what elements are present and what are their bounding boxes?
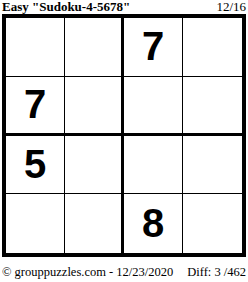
cell-r3c3[interactable] [124, 136, 183, 195]
cell-r4c1[interactable] [6, 194, 65, 253]
sudoku-board: 7758 [2, 14, 246, 257]
copyright-text: © grouppuzzles.com - 12/23/2020 [2, 265, 173, 280]
header: Easy "Sudoku-4-5678" 12/16 [2, 0, 246, 13]
cell-r4c4[interactable] [183, 194, 242, 253]
cell-r4c2[interactable] [65, 194, 124, 253]
puzzle-counter: 12/16 [216, 0, 246, 13]
cell-r2c4[interactable] [183, 77, 242, 136]
cell-r1c1[interactable] [6, 18, 65, 77]
cell-r3c2[interactable] [65, 136, 124, 195]
cell-r1c2[interactable] [65, 18, 124, 77]
cell-r1c4[interactable] [183, 18, 242, 77]
cell-r3c4[interactable] [183, 136, 242, 195]
footer: © grouppuzzles.com - 12/23/2020 Diff: 3 … [2, 264, 246, 280]
sudoku-page: Easy "Sudoku-4-5678" 12/16 7758 © groupp… [0, 0, 248, 282]
difficulty-text: Diff: 3 /462 [187, 265, 246, 280]
cell-r2c3[interactable] [124, 77, 183, 136]
cell-r4c3: 8 [124, 194, 183, 253]
cell-r3c1: 5 [6, 136, 65, 195]
cell-r1c3: 7 [124, 18, 183, 77]
cell-r2c2[interactable] [65, 77, 124, 136]
cell-r2c1: 7 [6, 77, 65, 136]
page-title: Easy "Sudoku-4-5678" [2, 0, 130, 13]
